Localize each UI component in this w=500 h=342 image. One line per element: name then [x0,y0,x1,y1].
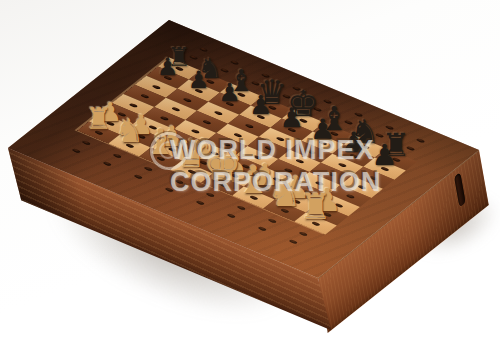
storage-hole [198,47,208,52]
peg-hole [267,105,277,110]
storage-hole [236,205,246,210]
peg-hole [198,160,208,165]
storage-hole [267,218,277,223]
storage-hole [415,138,425,143]
storage-hole [226,213,236,218]
storage-hole [71,148,81,153]
peg-hole [275,136,285,141]
peg-hole [125,143,135,148]
peg-hole [105,121,115,126]
peg-hole [94,130,104,135]
peg-hole [236,92,246,97]
storage-hole [174,179,184,184]
peg-hole [221,141,231,146]
peg-hole [303,190,313,195]
storage-hole [133,174,143,179]
storage-hole [260,73,270,78]
peg-hole [241,164,251,169]
peg-hole [151,84,161,89]
peg-hole [252,154,262,159]
peg-hole [306,149,316,154]
peg-hole [213,110,223,115]
storage-hole [384,125,394,130]
storage-hole [322,99,332,104]
peg-hole [190,128,200,133]
peg-hole [182,97,192,102]
peg-hole [314,180,324,185]
peg-hole [218,182,228,187]
peg-hole [136,134,146,139]
peg-hole [244,123,254,128]
storage-hole [112,153,122,158]
storage-hole [250,81,260,86]
peg-hole [349,153,359,158]
peg-hole [283,167,293,172]
peg-hole [179,138,189,143]
product-photo: WORLD IMPEX CORPORATION ♜♟♞♟♝♟♛♟♚♟♟♜♝♟♟♞… [0,0,500,342]
peg-hole [337,162,347,167]
storage-hole [281,94,291,99]
peg-hole [357,184,367,189]
storage-hole [188,55,198,60]
sliding-lid-notch [454,172,466,207]
peg-hole [229,173,239,178]
storage-hole [312,107,322,112]
peg-hole [298,118,308,123]
storage-hole [195,200,205,205]
storage-hole [219,68,229,73]
peg-hole [202,119,212,124]
storage-hole [353,112,363,117]
peg-hole [311,221,321,226]
peg-hole [322,212,332,217]
peg-hole [140,93,150,98]
peg-hole [326,171,336,176]
peg-hole [156,156,166,161]
peg-hole [163,75,173,80]
storage-hole [81,140,91,145]
storage-hole [298,231,308,236]
storage-hole [205,192,215,197]
peg-hole [391,157,401,162]
peg-hole [128,102,138,107]
peg-hole [174,66,184,71]
peg-hole [287,127,297,132]
peg-hole [256,114,266,119]
peg-hole [171,106,181,111]
peg-hole [205,79,215,84]
peg-hole [264,145,274,150]
peg-hole [380,166,390,171]
peg-hole [159,115,169,120]
peg-hole [167,147,177,152]
peg-hole [334,203,344,208]
peg-hole [272,177,282,182]
peg-hole [291,199,301,204]
peg-hole [249,195,259,200]
peg-hole [187,169,197,174]
peg-hole [360,144,370,149]
peg-hole [318,140,328,145]
storage-hole [257,226,267,231]
peg-hole [117,112,127,117]
storage-hole [164,187,174,192]
peg-hole [329,131,339,136]
storage-hole [405,146,415,151]
storage-hole [229,60,239,65]
peg-hole [368,175,378,180]
storage-hole [143,166,153,171]
storage-hole [102,161,112,166]
scene: WORLD IMPEX CORPORATION ♜♟♞♟♝♟♛♟♚♟♟♜♝♟♟♞… [0,0,500,342]
storage-hole [374,133,384,138]
storage-hole [291,86,301,91]
peg-hole [210,151,220,156]
peg-hole [194,88,204,93]
storage-hole [343,120,353,125]
peg-hole [345,193,355,198]
peg-hole [225,101,235,106]
peg-hole [280,208,290,213]
storage-hole [288,239,298,244]
peg-hole [148,125,158,130]
peg-hole [233,132,243,137]
peg-hole [260,186,270,191]
peg-hole [295,158,305,163]
